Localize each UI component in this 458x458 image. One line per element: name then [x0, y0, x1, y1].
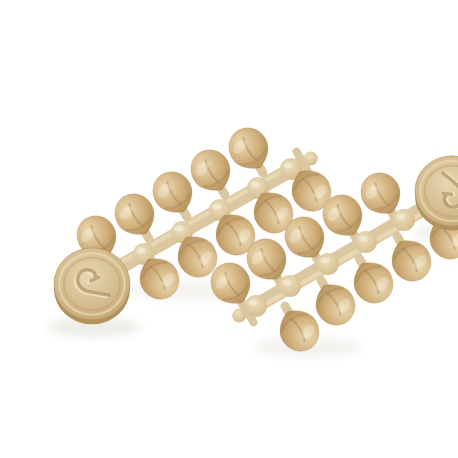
joint-sheen — [137, 248, 146, 254]
joint-sheen — [284, 163, 293, 169]
joint-sheen — [175, 226, 184, 232]
corn-sprues-illustration — [40, 16, 458, 458]
sprue-disc — [415, 156, 458, 231]
joint-sheen — [283, 280, 292, 286]
product-photo — [40, 16, 458, 458]
joint-sheen — [249, 300, 258, 306]
sprue-joint — [355, 231, 377, 253]
joint-sheen — [397, 214, 406, 220]
joint-sheen — [321, 258, 330, 264]
joint-sheen — [251, 182, 260, 188]
sprue-joint — [317, 253, 339, 275]
joint-sheen — [213, 204, 222, 210]
sprue-joint — [393, 209, 415, 231]
sprue-joint — [279, 275, 301, 297]
joint-sheen — [359, 236, 368, 242]
sprue-disc — [54, 248, 130, 324]
sprue-joint — [245, 295, 267, 317]
runner-tip-ball — [304, 152, 318, 166]
sprue-right — [204, 156, 458, 359]
